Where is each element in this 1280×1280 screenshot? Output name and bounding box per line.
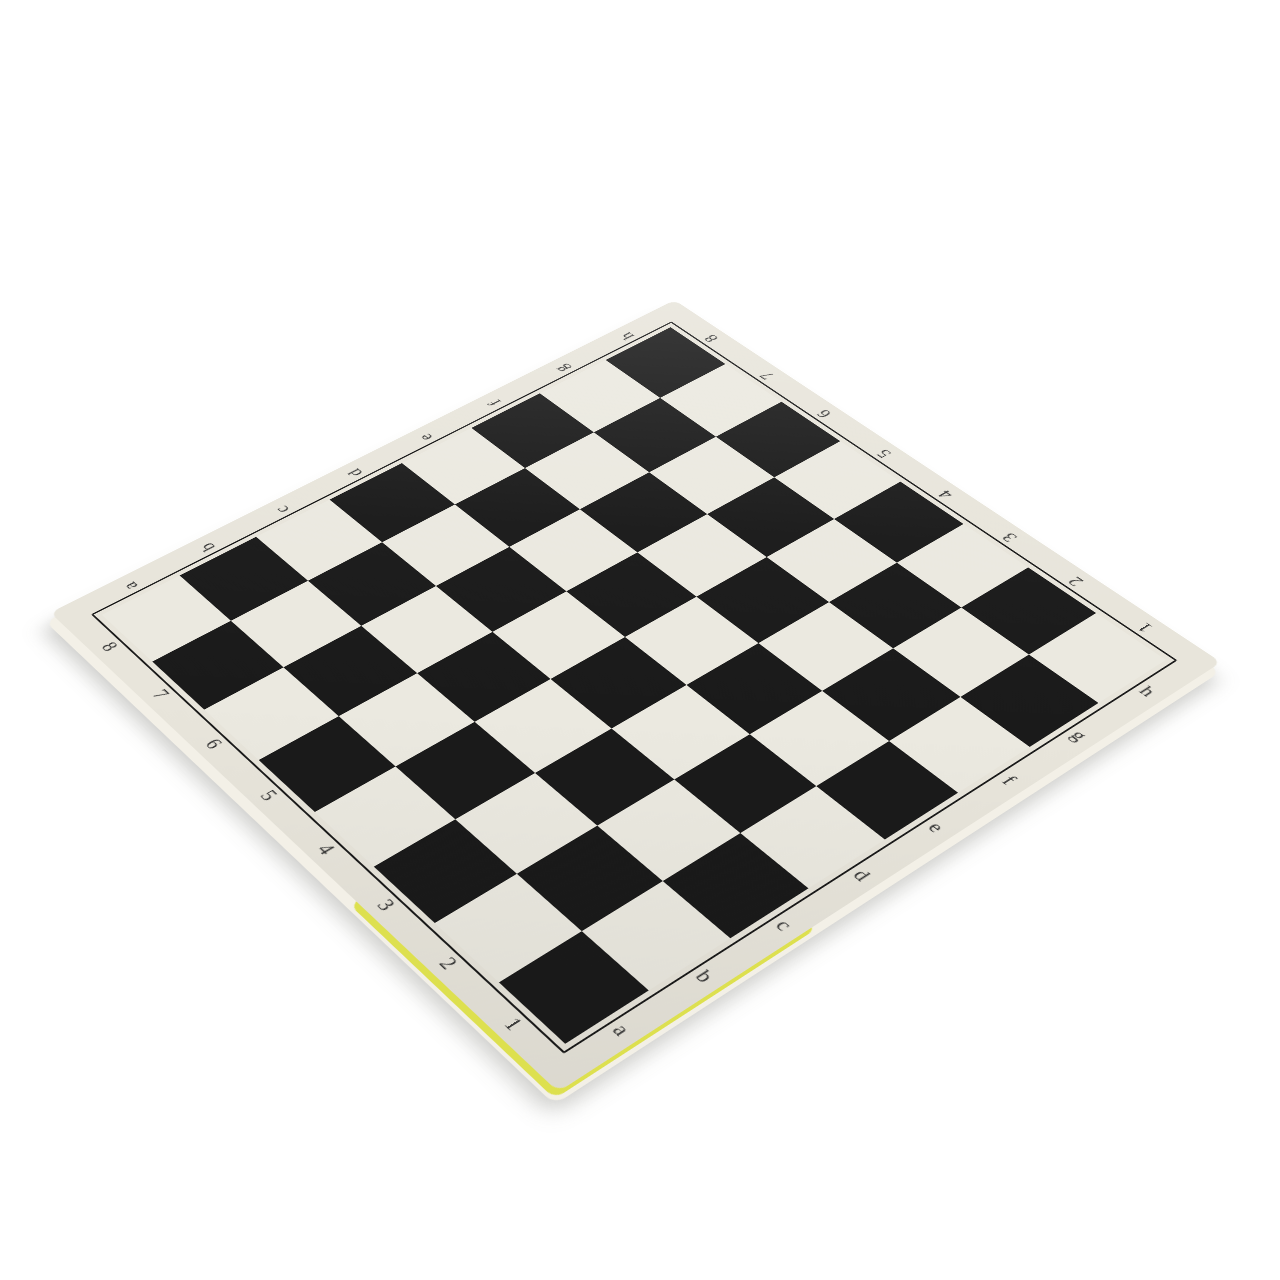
photo-background: 88hh77gg66ff55ee44dd33cc22bb11aa xyxy=(0,0,1280,1280)
board-mat-stack: 88hh77gg66ff55ee44dd33cc22bb11aa xyxy=(50,300,1221,1092)
board-orientation-wrapper: 88hh77gg66ff55ee44dd33cc22bb11aa xyxy=(0,0,1280,1280)
board-mat: 88hh77gg66ff55ee44dd33cc22bb11aa xyxy=(50,300,1221,1092)
board-frame-line xyxy=(91,321,1178,1053)
